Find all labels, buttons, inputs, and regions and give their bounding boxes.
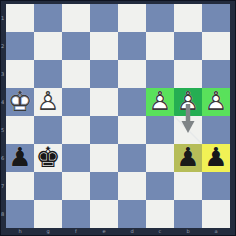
white-pawn[interactable]: ♙: [34, 88, 62, 116]
square-c5[interactable]: [146, 116, 174, 144]
square-a5[interactable]: [202, 116, 230, 144]
square-h3[interactable]: [6, 60, 34, 88]
square-e4[interactable]: [90, 88, 118, 116]
square-g6[interactable]: ♚: [34, 144, 62, 172]
file-label-d: d: [120, 227, 144, 235]
square-d6[interactable]: [118, 144, 146, 172]
square-b3[interactable]: [174, 60, 202, 88]
square-e3[interactable]: [90, 60, 118, 88]
square-f8[interactable]: [62, 200, 90, 228]
square-c1[interactable]: [146, 4, 174, 32]
square-c6[interactable]: [146, 144, 174, 172]
square-d4[interactable]: [118, 88, 146, 116]
square-a4[interactable]: ♟♙: [202, 88, 230, 116]
square-c4[interactable]: ♟♙: [146, 88, 174, 116]
black-pawn[interactable]: ♟: [6, 144, 34, 172]
file-label-g: g: [36, 227, 60, 235]
square-d2[interactable]: [118, 32, 146, 60]
square-g5[interactable]: [34, 116, 62, 144]
file-label-f: f: [64, 227, 88, 235]
square-e7[interactable]: [90, 172, 118, 200]
square-e8[interactable]: [90, 200, 118, 228]
file-label-b: b: [176, 227, 200, 235]
black-pawn[interactable]: ♟: [174, 144, 202, 172]
square-c3[interactable]: [146, 60, 174, 88]
file-label-c: c: [148, 227, 172, 235]
square-b5[interactable]: [174, 116, 202, 144]
black-pawn[interactable]: ♟: [202, 144, 230, 172]
white-pawn[interactable]: ♙: [146, 88, 174, 116]
square-g4[interactable]: ♟♙: [34, 88, 62, 116]
square-b8[interactable]: [174, 200, 202, 228]
square-c8[interactable]: [146, 200, 174, 228]
square-b6[interactable]: ♟: [174, 144, 202, 172]
square-f4[interactable]: [62, 88, 90, 116]
square-d7[interactable]: [118, 172, 146, 200]
square-f5[interactable]: [62, 116, 90, 144]
rank-label-1: 1: [0, 6, 5, 30]
square-b2[interactable]: [174, 32, 202, 60]
rank-label-3: 3: [0, 62, 5, 86]
rank-label-5: 5: [0, 118, 5, 142]
square-h6[interactable]: ♟: [6, 144, 34, 172]
square-f7[interactable]: [62, 172, 90, 200]
square-g8[interactable]: [34, 200, 62, 228]
chess-board: ♚♔♟♙♟♙♟♙♟♙♟♚♟♟: [6, 4, 230, 228]
square-d1[interactable]: [118, 4, 146, 32]
square-c7[interactable]: [146, 172, 174, 200]
square-e1[interactable]: [90, 4, 118, 32]
square-d8[interactable]: [118, 200, 146, 228]
square-b4[interactable]: ♟♙: [174, 88, 202, 116]
white-king[interactable]: ♔: [6, 88, 34, 116]
square-e2[interactable]: [90, 32, 118, 60]
file-label-h: h: [8, 227, 32, 235]
white-pawn[interactable]: ♙: [174, 88, 202, 116]
file-label-e: e: [92, 227, 116, 235]
square-h8[interactable]: [6, 200, 34, 228]
square-a8[interactable]: [202, 200, 230, 228]
square-h7[interactable]: [6, 172, 34, 200]
square-h2[interactable]: [6, 32, 34, 60]
black-king[interactable]: ♚: [34, 144, 62, 172]
square-h5[interactable]: [6, 116, 34, 144]
rank-label-2: 2: [0, 34, 5, 58]
square-a6[interactable]: ♟: [202, 144, 230, 172]
white-pawn[interactable]: ♙: [202, 88, 230, 116]
square-b7[interactable]: [174, 172, 202, 200]
square-h4[interactable]: ♚♔: [6, 88, 34, 116]
rank-label-6: 6: [0, 146, 5, 170]
square-g7[interactable]: [34, 172, 62, 200]
square-c2[interactable]: [146, 32, 174, 60]
file-label-a: a: [204, 227, 228, 235]
square-f1[interactable]: [62, 4, 90, 32]
square-g1[interactable]: [34, 4, 62, 32]
square-e6[interactable]: [90, 144, 118, 172]
square-g3[interactable]: [34, 60, 62, 88]
square-g2[interactable]: [34, 32, 62, 60]
square-f2[interactable]: [62, 32, 90, 60]
chess-board-frame: 12345678 hgfedcba ♚♔♟♙♟♙♟♙♟♙♟♚♟♟: [0, 0, 236, 236]
square-a3[interactable]: [202, 60, 230, 88]
square-f6[interactable]: [62, 144, 90, 172]
square-e5[interactable]: [90, 116, 118, 144]
square-b1[interactable]: [174, 4, 202, 32]
square-a2[interactable]: [202, 32, 230, 60]
square-d3[interactable]: [118, 60, 146, 88]
square-h1[interactable]: [6, 4, 34, 32]
rank-label-4: 4: [0, 90, 5, 114]
rank-label-7: 7: [0, 174, 5, 198]
square-a7[interactable]: [202, 172, 230, 200]
square-a1[interactable]: [202, 4, 230, 32]
rank-label-8: 8: [0, 202, 5, 226]
square-d5[interactable]: [118, 116, 146, 144]
square-f3[interactable]: [62, 60, 90, 88]
